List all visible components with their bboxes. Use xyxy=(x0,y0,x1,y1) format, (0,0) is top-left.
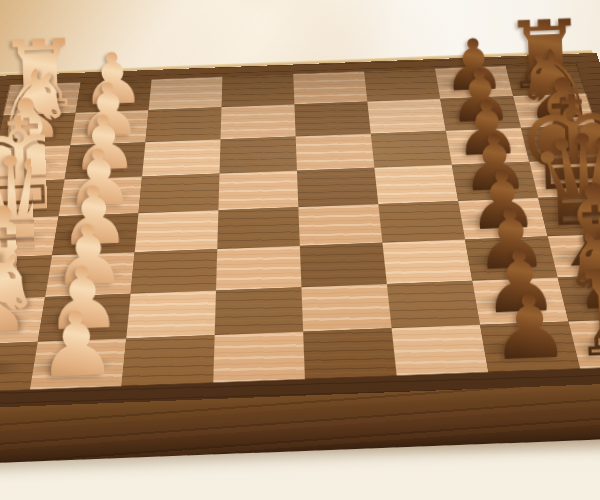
square-d5[interactable] xyxy=(298,204,382,246)
square-h5[interactable] xyxy=(293,71,367,104)
white-pawn-a2[interactable]: ♟ xyxy=(35,301,117,388)
board-3d-scene: ♜♟♟♜♞♟♟♞♝♟♟♝♚♟♟♚♛♟♟♛♝♟♟♝♞♟♟♞♜♟♟♜ xyxy=(0,0,600,500)
square-c5[interactable] xyxy=(300,243,387,288)
square-c6[interactable] xyxy=(382,239,472,283)
square-a6[interactable] xyxy=(392,325,489,376)
square-f4[interactable] xyxy=(219,137,296,174)
square-e6[interactable] xyxy=(374,165,458,204)
square-b5[interactable] xyxy=(301,284,391,332)
square-f3[interactable] xyxy=(142,139,220,176)
square-g4[interactable] xyxy=(221,104,296,139)
square-a3[interactable] xyxy=(122,335,215,386)
chess-board: ♜♟♟♜♞♟♟♞♝♟♟♝♚♟♟♚♛♟♟♛♝♟♟♝♞♟♟♞♜♟♟♜ xyxy=(0,53,600,411)
square-g5[interactable] xyxy=(294,102,370,137)
square-a7[interactable]: ♟ xyxy=(480,321,580,372)
square-b6[interactable] xyxy=(387,281,480,329)
square-h3[interactable] xyxy=(149,77,223,110)
square-b3[interactable] xyxy=(126,291,216,339)
square-f5[interactable] xyxy=(296,134,375,171)
square-h6[interactable] xyxy=(364,69,440,102)
square-a8[interactable]: ♜ xyxy=(569,318,600,369)
dark-pawn-a7[interactable]: ♟ xyxy=(489,283,571,370)
square-d3[interactable] xyxy=(135,210,219,252)
square-d4[interactable] xyxy=(217,207,300,249)
square-g3[interactable] xyxy=(145,107,221,142)
square-a2[interactable]: ♟ xyxy=(30,338,126,389)
square-a4[interactable] xyxy=(213,332,305,383)
square-f6[interactable] xyxy=(371,131,452,168)
chess-scene: ♜♟♟♜♞♟♟♞♝♟♟♝♚♟♟♚♛♟♟♛♝♟♟♝♞♟♟♞♜♟♟♜ xyxy=(0,0,600,500)
square-e5[interactable] xyxy=(297,168,378,207)
square-b4[interactable] xyxy=(215,287,303,335)
square-h4[interactable] xyxy=(221,74,294,107)
square-e3[interactable] xyxy=(138,174,219,214)
square-c4[interactable] xyxy=(216,246,301,291)
square-e4[interactable] xyxy=(218,171,298,210)
square-c3[interactable] xyxy=(131,249,218,294)
square-g6[interactable] xyxy=(367,99,446,134)
board-tilt-wrapper: ♜♟♟♜♞♟♟♞♝♟♟♝♚♟♟♚♛♟♟♛♝♟♟♝♞♟♟♞♜♟♟♜ xyxy=(0,0,600,500)
square-a5[interactable] xyxy=(303,328,397,379)
square-d6[interactable] xyxy=(378,201,465,243)
